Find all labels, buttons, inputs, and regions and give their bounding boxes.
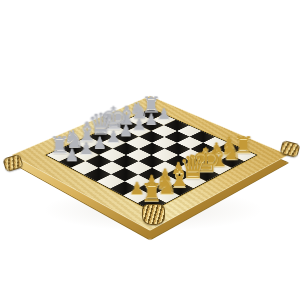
silver-pawn-icon: ♟: [51, 147, 93, 163]
square-g5: [164, 131, 189, 143]
board-3d-scene: ♜♞♝♛♚♝♞♜♟♟♟♟♟♟♟♟♟♟♟♟♟♟♟♟♜♞♝♛♚♝♞♜: [0, 0, 300, 300]
chess-set-product-photo: ♜♞♝♛♚♝♞♜♟♟♟♟♟♟♟♟♟♟♟♟♟♟♟♟♜♞♝♛♚♝♞♜: [0, 0, 300, 300]
corner-foot-near: [142, 204, 165, 225]
gold-rook-icon: ♜: [129, 180, 175, 205]
